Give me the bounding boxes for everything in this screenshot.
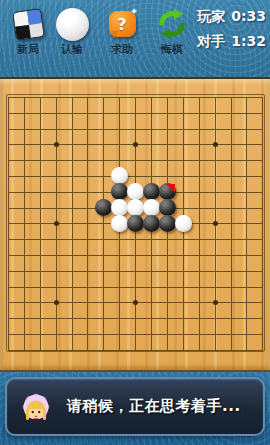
question-mark: ? <box>117 15 126 34</box>
opponent-timer-value: 1:32 <box>231 33 266 49</box>
white-stone <box>127 183 144 200</box>
star-point <box>133 142 138 147</box>
star-point <box>54 300 59 305</box>
black-stone <box>159 215 176 232</box>
opponent-timer-label: 对手 <box>197 33 225 49</box>
new-game-button[interactable]: 新局 <box>6 6 50 56</box>
player-timer: 玩家0:33 <box>197 8 266 26</box>
black-stone <box>95 199 112 216</box>
resign-button[interactable]: 认输 <box>50 6 94 56</box>
help-bubble-icon: ? ✦ <box>109 11 136 37</box>
undo-label: 悔棋 <box>150 44 194 56</box>
status-panel: 请稍候，正在思考着手... <box>5 377 265 436</box>
undo-button[interactable]: 悔棋 <box>150 6 194 56</box>
black-stone <box>159 183 176 200</box>
black-stone <box>111 183 128 200</box>
hint-label: 求助 <box>100 44 144 56</box>
hint-button[interactable]: ? ✦ 求助 <box>100 6 144 56</box>
star-point <box>54 142 59 147</box>
star-point <box>54 221 59 226</box>
new-game-label: 新局 <box>6 44 50 56</box>
white-stone <box>175 215 192 232</box>
white-stone <box>111 199 128 216</box>
white-stone <box>127 199 144 216</box>
sparkle-icon: ✦ <box>131 7 138 16</box>
star-point <box>133 300 138 305</box>
white-stone-icon <box>56 8 89 41</box>
new-game-icon <box>12 8 45 41</box>
white-stone <box>143 199 160 216</box>
star-point <box>213 221 218 226</box>
star-point <box>213 300 218 305</box>
status-area: 请稍候，正在思考着手... <box>0 372 270 445</box>
last-move-marker <box>166 184 175 193</box>
white-stone <box>111 215 128 232</box>
opponent-timer: 对手1:32 <box>197 33 266 51</box>
black-stone <box>159 199 176 216</box>
black-stone <box>143 215 160 232</box>
player-timer-label: 玩家 <box>197 8 225 24</box>
opponent-avatar <box>15 383 57 431</box>
resign-label: 认输 <box>50 44 94 56</box>
black-stone <box>127 215 144 232</box>
status-message: 请稍候，正在思考着手... <box>67 397 241 416</box>
star-point <box>213 142 218 147</box>
undo-arrows-icon <box>156 8 188 40</box>
app-screen: 新局 认输 ? ✦ 求助 <box>0 0 270 445</box>
toolbar: 新局 认输 ? ✦ 求助 <box>0 0 270 77</box>
black-stone <box>143 183 160 200</box>
player-timer-value: 0:33 <box>231 8 266 24</box>
timer-panel: 玩家0:33 对手1:32 <box>197 8 266 58</box>
game-board[interactable] <box>0 77 270 372</box>
